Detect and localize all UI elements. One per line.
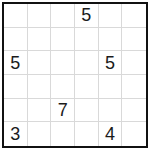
grid-cell-empty[interactable] bbox=[122, 28, 146, 52]
grid-cell-empty[interactable] bbox=[28, 4, 52, 28]
grid-cell-empty[interactable] bbox=[99, 99, 123, 123]
grid-cell-empty[interactable] bbox=[51, 28, 75, 52]
grid-cell-empty[interactable] bbox=[28, 122, 52, 146]
grid-cell-empty[interactable] bbox=[75, 122, 99, 146]
grid-cell-empty[interactable] bbox=[28, 28, 52, 52]
grid-cell-empty[interactable] bbox=[122, 99, 146, 123]
grid-cell-empty[interactable] bbox=[51, 4, 75, 28]
grid-cell-clue: 4 bbox=[99, 122, 123, 146]
puzzle-grid: 555734 bbox=[2, 2, 148, 148]
grid-cell-empty[interactable] bbox=[51, 75, 75, 99]
grid-cell-empty[interactable] bbox=[99, 4, 123, 28]
grid-cell-empty[interactable] bbox=[75, 75, 99, 99]
grid-cell-empty[interactable] bbox=[4, 75, 28, 99]
grid-cell-empty[interactable] bbox=[99, 28, 123, 52]
grid-cell-empty[interactable] bbox=[28, 75, 52, 99]
grid-cell-empty[interactable] bbox=[28, 99, 52, 123]
grid-cell-clue: 5 bbox=[75, 4, 99, 28]
grid-cell-empty[interactable] bbox=[51, 51, 75, 75]
grid-cell-empty[interactable] bbox=[122, 122, 146, 146]
grid-cell-empty[interactable] bbox=[4, 28, 28, 52]
grid-cell-clue: 7 bbox=[51, 99, 75, 123]
grid-cell-empty[interactable] bbox=[99, 75, 123, 99]
grid-cell-empty[interactable] bbox=[4, 4, 28, 28]
grid-cell-empty[interactable] bbox=[51, 122, 75, 146]
grid-cell-clue: 3 bbox=[4, 122, 28, 146]
grid-cell-empty[interactable] bbox=[28, 51, 52, 75]
grid-cell-empty[interactable] bbox=[75, 51, 99, 75]
grid-cell-clue: 5 bbox=[99, 51, 123, 75]
grid-cell-empty[interactable] bbox=[75, 99, 99, 123]
grid-cell-empty[interactable] bbox=[122, 4, 146, 28]
grid-cell-empty[interactable] bbox=[4, 99, 28, 123]
grid-cell-empty[interactable] bbox=[122, 51, 146, 75]
grid-cell-empty[interactable] bbox=[75, 28, 99, 52]
grid-cell-empty[interactable] bbox=[122, 75, 146, 99]
grid-cell-clue: 5 bbox=[4, 51, 28, 75]
